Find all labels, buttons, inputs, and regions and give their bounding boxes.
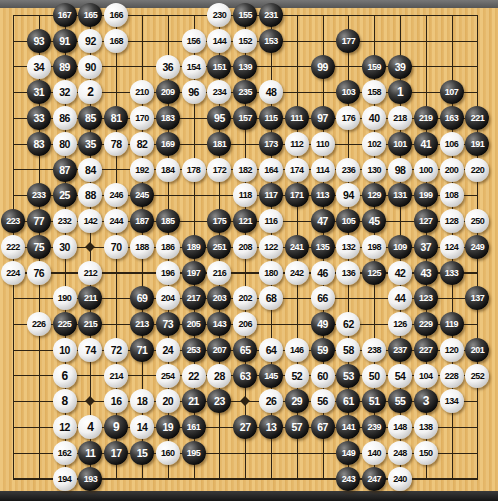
move-number: 205 (187, 319, 201, 329)
stone-black-217[interactable]: 217 (182, 286, 206, 310)
stone-white-140[interactable]: 140 (362, 441, 386, 465)
stone-black-25[interactable]: 25 (53, 183, 77, 207)
stone-black-221[interactable]: 221 (465, 106, 489, 130)
stone-black-9[interactable]: 9 (104, 415, 128, 439)
move-number: 116 (264, 216, 277, 226)
move-number: 187 (135, 216, 149, 226)
move-number: 218 (393, 113, 407, 123)
stone-white-20[interactable]: 20 (156, 389, 180, 413)
move-number: 253 (187, 345, 201, 355)
stone-white-60[interactable]: 60 (311, 364, 335, 388)
stone-black-21[interactable]: 21 (182, 389, 206, 413)
stone-white-202[interactable]: 202 (233, 286, 257, 310)
stone-white-188[interactable]: 188 (130, 235, 154, 259)
stone-black-233[interactable]: 233 (27, 183, 51, 207)
stone-white-178[interactable]: 178 (182, 158, 206, 182)
stone-white-72[interactable]: 72 (104, 338, 128, 362)
stone-black-137[interactable]: 137 (465, 286, 489, 310)
stone-white-14[interactable]: 14 (130, 415, 154, 439)
stone-black-149[interactable]: 149 (336, 441, 360, 465)
stone-white-100[interactable]: 100 (414, 158, 438, 182)
stone-white-10[interactable]: 10 (53, 338, 77, 362)
stone-black-175[interactable]: 175 (207, 209, 231, 233)
stone-black-127[interactable]: 127 (414, 209, 438, 233)
go-board[interactable]: 1671651662301552319391921681561441521531… (0, 0, 498, 501)
stone-white-228[interactable]: 228 (440, 364, 464, 388)
stone-white-64[interactable]: 64 (259, 338, 283, 362)
stone-white-224[interactable]: 224 (1, 261, 25, 285)
move-number: 210 (135, 87, 149, 97)
stone-white-168[interactable]: 168 (104, 29, 128, 53)
stone-white-2[interactable]: 2 (78, 80, 102, 104)
stone-black-129[interactable]: 129 (362, 183, 386, 207)
stone-white-42[interactable]: 42 (388, 261, 412, 285)
stone-black-19[interactable]: 19 (156, 415, 180, 439)
stone-white-214[interactable]: 214 (104, 364, 128, 388)
stone-white-106[interactable]: 106 (440, 132, 464, 156)
stone-black-183[interactable]: 183 (156, 106, 180, 130)
move-number: 140 (367, 448, 381, 458)
stone-white-104[interactable]: 104 (414, 364, 438, 388)
move-number: 128 (445, 216, 459, 226)
stone-white-128[interactable]: 128 (440, 209, 464, 233)
move-number: 144 (213, 36, 227, 46)
stone-black-35[interactable]: 35 (78, 132, 102, 156)
stone-white-204[interactable]: 204 (156, 286, 180, 310)
stone-white-94[interactable]: 94 (336, 183, 360, 207)
stone-white-80[interactable]: 80 (53, 132, 77, 156)
stone-white-240[interactable]: 240 (388, 467, 412, 491)
stone-black-97[interactable]: 97 (311, 106, 335, 130)
stone-black-249[interactable]: 249 (465, 235, 489, 259)
stone-black-89[interactable]: 89 (53, 55, 77, 79)
stone-white-144[interactable]: 144 (207, 29, 231, 53)
stone-white-132[interactable]: 132 (336, 235, 360, 259)
stone-black-145[interactable]: 145 (259, 364, 283, 388)
stone-white-136[interactable]: 136 (336, 261, 360, 285)
move-number: 18 (137, 395, 148, 407)
stone-black-61[interactable]: 61 (336, 389, 360, 413)
stone-black-247[interactable]: 247 (362, 467, 386, 491)
stone-black-57[interactable]: 57 (285, 415, 309, 439)
move-number: 132 (342, 242, 356, 252)
move-number: 2 (87, 85, 93, 99)
stone-white-34[interactable]: 34 (27, 55, 51, 79)
stone-black-15[interactable]: 15 (130, 441, 154, 465)
stone-white-192[interactable]: 192 (130, 158, 154, 182)
move-number: 176 (342, 113, 356, 123)
stone-black-177[interactable]: 177 (336, 29, 360, 53)
move-number: 98 (395, 164, 406, 176)
stone-white-86[interactable]: 86 (53, 106, 77, 130)
stone-white-54[interactable]: 54 (388, 364, 412, 388)
stone-black-113[interactable]: 113 (311, 183, 335, 207)
stone-white-6[interactable]: 6 (53, 364, 77, 388)
move-number: 77 (33, 215, 44, 227)
move-number: 133 (445, 268, 459, 278)
stone-black-187[interactable]: 187 (130, 209, 154, 233)
stone-black-199[interactable]: 199 (414, 183, 438, 207)
stone-black-209[interactable]: 209 (156, 80, 180, 104)
stone-black-87[interactable]: 87 (53, 158, 77, 182)
stone-black-133[interactable]: 133 (440, 261, 464, 285)
stone-white-18[interactable]: 18 (130, 389, 154, 413)
stone-black-223[interactable]: 223 (1, 209, 25, 233)
stone-black-111[interactable]: 111 (285, 106, 309, 130)
stone-white-230[interactable]: 230 (207, 3, 231, 27)
stone-black-99[interactable]: 99 (311, 55, 335, 79)
stone-black-13[interactable]: 13 (259, 415, 283, 439)
stone-black-253[interactable]: 253 (182, 338, 206, 362)
stone-white-162[interactable]: 162 (53, 441, 77, 465)
stone-black-123[interactable]: 123 (414, 286, 438, 310)
stone-black-41[interactable]: 41 (414, 132, 438, 156)
stone-white-40[interactable]: 40 (362, 106, 386, 130)
stone-black-227[interactable]: 227 (414, 338, 438, 362)
stone-black-93[interactable]: 93 (27, 29, 51, 53)
move-number: 121 (238, 216, 252, 226)
stone-white-4[interactable]: 4 (78, 415, 102, 439)
move-number: 154 (187, 62, 201, 72)
stone-black-169[interactable]: 169 (156, 132, 180, 156)
stone-black-131[interactable]: 131 (388, 183, 412, 207)
stone-black-45[interactable]: 45 (362, 209, 386, 233)
stone-black-143[interactable]: 143 (207, 312, 231, 336)
stone-black-115[interactable]: 115 (259, 106, 283, 130)
move-number: 160 (161, 448, 175, 458)
move-number: 153 (264, 36, 278, 46)
stone-white-200[interactable]: 200 (440, 158, 464, 182)
stone-white-158[interactable]: 158 (362, 80, 386, 104)
stone-white-12[interactable]: 12 (53, 415, 77, 439)
stone-white-198[interactable]: 198 (362, 235, 386, 259)
move-number: 219 (419, 113, 433, 123)
stone-white-88[interactable]: 88 (78, 183, 102, 207)
stone-black-185[interactable]: 185 (156, 209, 180, 233)
stone-black-173[interactable]: 173 (259, 132, 283, 156)
move-number: 119 (445, 319, 458, 329)
move-number: 206 (238, 319, 252, 329)
stone-white-36[interactable]: 36 (156, 55, 180, 79)
stone-black-37[interactable]: 37 (414, 235, 438, 259)
stone-white-234[interactable]: 234 (207, 80, 231, 104)
move-number: 235 (238, 87, 252, 97)
stone-white-232[interactable]: 232 (53, 209, 77, 233)
stone-black-135[interactable]: 135 (311, 235, 335, 259)
move-number: 122 (264, 242, 278, 252)
stone-white-8[interactable]: 8 (53, 389, 77, 413)
stone-white-210[interactable]: 210 (130, 80, 154, 104)
stone-white-176[interactable]: 176 (336, 106, 360, 130)
stone-white-182[interactable]: 182 (233, 158, 257, 182)
stone-white-174[interactable]: 174 (285, 158, 309, 182)
stone-black-1[interactable]: 1 (388, 80, 412, 104)
stone-white-124[interactable]: 124 (440, 235, 464, 259)
stone-black-69[interactable]: 69 (130, 286, 154, 310)
stone-black-121[interactable]: 121 (233, 209, 257, 233)
stone-black-17[interactable]: 17 (104, 441, 128, 465)
stone-black-237[interactable]: 237 (388, 338, 412, 362)
stone-white-70[interactable]: 70 (104, 235, 128, 259)
stone-white-82[interactable]: 82 (130, 132, 154, 156)
stone-black-167[interactable]: 167 (53, 3, 77, 27)
move-number: 158 (367, 87, 381, 97)
move-number: 118 (239, 190, 252, 200)
stone-white-226[interactable]: 226 (27, 312, 51, 336)
stone-white-122[interactable]: 122 (259, 235, 283, 259)
stone-white-186[interactable]: 186 (156, 235, 180, 259)
stone-white-222[interactable]: 222 (1, 235, 25, 259)
stone-black-47[interactable]: 47 (311, 209, 335, 233)
stone-black-197[interactable]: 197 (182, 261, 206, 285)
stone-black-119[interactable]: 119 (440, 312, 464, 336)
move-number: 196 (161, 268, 175, 278)
move-number: 120 (445, 345, 459, 355)
stone-black-189[interactable]: 189 (182, 235, 206, 259)
stone-black-245[interactable]: 245 (130, 183, 154, 207)
stone-black-3[interactable]: 3 (414, 389, 438, 413)
stone-white-92[interactable]: 92 (78, 29, 102, 53)
stone-black-251[interactable]: 251 (207, 235, 231, 259)
move-number: 200 (445, 165, 459, 175)
stone-black-29[interactable]: 29 (285, 389, 309, 413)
stone-black-91[interactable]: 91 (53, 29, 77, 53)
stone-black-229[interactable]: 229 (414, 312, 438, 336)
stone-black-101[interactable]: 101 (388, 132, 412, 156)
stone-white-148[interactable]: 148 (388, 415, 412, 439)
stone-white-74[interactable]: 74 (78, 338, 102, 362)
stone-black-159[interactable]: 159 (362, 55, 386, 79)
move-number: 245 (135, 190, 149, 200)
stone-black-235[interactable]: 235 (233, 80, 257, 104)
board-bottom-border (0, 491, 498, 501)
move-number: 45 (369, 215, 380, 227)
stone-black-215[interactable]: 215 (78, 312, 102, 336)
stone-white-242[interactable]: 242 (285, 261, 309, 285)
stone-white-112[interactable]: 112 (285, 132, 309, 156)
stone-white-156[interactable]: 156 (182, 29, 206, 53)
stone-black-125[interactable]: 125 (362, 261, 386, 285)
stone-white-120[interactable]: 120 (440, 338, 464, 362)
stone-black-165[interactable]: 165 (78, 3, 102, 27)
stone-white-26[interactable]: 26 (259, 389, 283, 413)
move-number: 46 (317, 267, 328, 279)
stone-white-22[interactable]: 22 (182, 364, 206, 388)
stone-white-96[interactable]: 96 (182, 80, 206, 104)
stone-black-181[interactable]: 181 (207, 132, 231, 156)
stone-black-71[interactable]: 71 (130, 338, 154, 362)
stone-black-141[interactable]: 141 (336, 415, 360, 439)
stone-white-62[interactable]: 62 (336, 312, 360, 336)
stone-white-114[interactable]: 114 (311, 158, 335, 182)
stone-white-248[interactable]: 248 (388, 441, 412, 465)
stone-white-90[interactable]: 90 (78, 55, 102, 79)
stone-white-166[interactable]: 166 (104, 3, 128, 27)
move-number: 186 (161, 242, 175, 252)
stone-black-231[interactable]: 231 (259, 3, 283, 27)
stone-white-170[interactable]: 170 (130, 106, 154, 130)
stone-white-154[interactable]: 154 (182, 55, 206, 79)
stone-black-211[interactable]: 211 (78, 286, 102, 310)
stone-white-150[interactable]: 150 (414, 441, 438, 465)
stone-white-66[interactable]: 66 (311, 286, 335, 310)
stone-white-58[interactable]: 58 (336, 338, 360, 362)
stone-white-254[interactable]: 254 (156, 364, 180, 388)
stone-black-59[interactable]: 59 (311, 338, 335, 362)
stone-black-155[interactable]: 155 (233, 3, 257, 27)
stone-black-49[interactable]: 49 (311, 312, 335, 336)
stone-black-243[interactable]: 243 (336, 467, 360, 491)
move-number: 234 (213, 87, 227, 97)
move-number: 12 (59, 421, 70, 433)
stone-white-218[interactable]: 218 (388, 106, 412, 130)
stone-white-46[interactable]: 46 (311, 261, 335, 285)
stone-white-108[interactable]: 108 (440, 183, 464, 207)
stone-white-52[interactable]: 52 (285, 364, 309, 388)
stone-black-161[interactable]: 161 (182, 415, 206, 439)
stone-white-118[interactable]: 118 (233, 183, 257, 207)
stone-white-238[interactable]: 238 (362, 338, 386, 362)
stone-black-75[interactable]: 75 (27, 235, 51, 259)
stone-black-67[interactable]: 67 (311, 415, 335, 439)
stone-black-105[interactable]: 105 (336, 209, 360, 233)
stone-black-33[interactable]: 33 (27, 106, 51, 130)
stone-black-239[interactable]: 239 (362, 415, 386, 439)
stone-white-44[interactable]: 44 (388, 286, 412, 310)
stone-black-31[interactable]: 31 (27, 80, 51, 104)
move-number: 83 (33, 138, 44, 150)
move-number: 40 (369, 112, 380, 124)
move-number: 126 (393, 319, 407, 329)
stone-white-16[interactable]: 16 (104, 389, 128, 413)
stone-black-219[interactable]: 219 (414, 106, 438, 130)
stone-black-157[interactable]: 157 (233, 106, 257, 130)
stone-black-191[interactable]: 191 (465, 132, 489, 156)
stone-white-126[interactable]: 126 (388, 312, 412, 336)
move-number: 8 (62, 394, 68, 408)
stone-black-195[interactable]: 195 (182, 441, 206, 465)
stone-white-78[interactable]: 78 (104, 132, 128, 156)
stone-black-205[interactable]: 205 (182, 312, 206, 336)
move-number: 84 (85, 164, 96, 176)
stone-black-203[interactable]: 203 (207, 286, 231, 310)
stone-white-56[interactable]: 56 (311, 389, 335, 413)
stone-white-252[interactable]: 252 (465, 364, 489, 388)
stone-white-68[interactable]: 68 (259, 286, 283, 310)
stone-black-153[interactable]: 153 (259, 29, 283, 53)
stone-white-194[interactable]: 194 (53, 467, 77, 491)
stone-white-216[interactable]: 216 (207, 261, 231, 285)
stone-white-180[interactable]: 180 (259, 261, 283, 285)
stone-black-53[interactable]: 53 (336, 364, 360, 388)
stone-white-84[interactable]: 84 (78, 158, 102, 182)
stone-black-241[interactable]: 241 (285, 235, 309, 259)
stone-black-55[interactable]: 55 (388, 389, 412, 413)
stone-white-244[interactable]: 244 (104, 209, 128, 233)
stone-black-95[interactable]: 95 (207, 106, 231, 130)
stone-white-76[interactable]: 76 (27, 261, 51, 285)
stone-black-39[interactable]: 39 (388, 55, 412, 79)
stone-white-206[interactable]: 206 (233, 312, 257, 336)
stone-black-107[interactable]: 107 (440, 80, 464, 104)
stone-white-130[interactable]: 130 (362, 158, 386, 182)
stone-white-172[interactable]: 172 (207, 158, 231, 182)
stone-white-152[interactable]: 152 (233, 29, 257, 53)
stone-black-163[interactable]: 163 (440, 106, 464, 130)
stone-white-102[interactable]: 102 (362, 132, 386, 156)
stone-white-220[interactable]: 220 (465, 158, 489, 182)
stone-black-73[interactable]: 73 (156, 312, 180, 336)
stone-white-142[interactable]: 142 (78, 209, 102, 233)
move-number: 41 (420, 138, 431, 150)
stone-black-109[interactable]: 109 (388, 235, 412, 259)
stone-white-184[interactable]: 184 (156, 158, 180, 182)
stone-black-85[interactable]: 85 (78, 106, 102, 130)
stone-black-151[interactable]: 151 (207, 55, 231, 79)
stone-black-83[interactable]: 83 (27, 132, 51, 156)
move-number: 123 (419, 293, 433, 303)
stone-white-134[interactable]: 134 (440, 389, 464, 413)
stone-black-27[interactable]: 27 (233, 415, 257, 439)
move-number: 228 (445, 371, 459, 381)
stone-white-30[interactable]: 30 (53, 235, 77, 259)
stone-white-32[interactable]: 32 (53, 80, 77, 104)
stone-white-164[interactable]: 164 (259, 158, 283, 182)
stone-white-50[interactable]: 50 (362, 364, 386, 388)
stone-black-11[interactable]: 11 (78, 441, 102, 465)
stone-black-43[interactable]: 43 (414, 261, 438, 285)
move-number: 181 (213, 139, 227, 149)
move-number: 199 (419, 190, 433, 200)
stone-white-24[interactable]: 24 (156, 338, 180, 362)
stone-white-28[interactable]: 28 (207, 364, 231, 388)
stone-white-138[interactable]: 138 (414, 415, 438, 439)
stone-black-193[interactable]: 193 (78, 467, 102, 491)
stone-black-65[interactable]: 65 (233, 338, 257, 362)
stone-black-81[interactable]: 81 (104, 106, 128, 130)
move-number: 1 (397, 85, 403, 99)
stone-black-201[interactable]: 201 (465, 338, 489, 362)
stone-black-171[interactable]: 171 (285, 183, 309, 207)
stone-white-146[interactable]: 146 (285, 338, 309, 362)
stone-black-77[interactable]: 77 (27, 209, 51, 233)
stone-white-196[interactable]: 196 (156, 261, 180, 285)
stone-black-63[interactable]: 63 (233, 364, 257, 388)
stone-white-208[interactable]: 208 (233, 235, 257, 259)
move-number: 6 (62, 369, 68, 383)
stone-black-225[interactable]: 225 (53, 312, 77, 336)
stone-white-110[interactable]: 110 (311, 132, 335, 156)
stone-white-250[interactable]: 250 (465, 209, 489, 233)
stone-white-98[interactable]: 98 (388, 158, 412, 182)
stone-white-48[interactable]: 48 (259, 80, 283, 104)
move-number: 207 (213, 345, 227, 355)
stone-black-207[interactable]: 207 (207, 338, 231, 362)
stone-black-103[interactable]: 103 (336, 80, 360, 104)
stone-white-116[interactable]: 116 (259, 209, 283, 233)
stone-white-160[interactable]: 160 (156, 441, 180, 465)
stone-white-212[interactable]: 212 (78, 261, 102, 285)
stone-black-213[interactable]: 213 (130, 312, 154, 336)
stone-black-117[interactable]: 117 (259, 183, 283, 207)
stone-black-23[interactable]: 23 (207, 389, 231, 413)
stone-black-139[interactable]: 139 (233, 55, 257, 79)
stone-white-246[interactable]: 246 (104, 183, 128, 207)
stone-white-190[interactable]: 190 (53, 286, 77, 310)
move-number: 106 (445, 139, 459, 149)
stone-black-51[interactable]: 51 (362, 389, 386, 413)
stone-white-236[interactable]: 236 (336, 158, 360, 182)
